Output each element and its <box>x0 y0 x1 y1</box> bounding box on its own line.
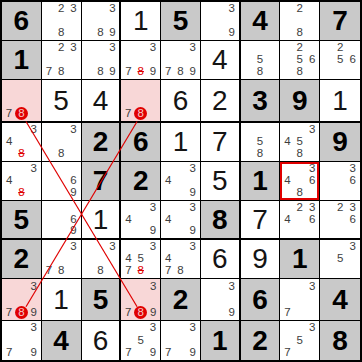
candidate-1 <box>3 124 15 136</box>
candidate-9: 9 <box>226 27 238 39</box>
candidate-4 <box>281 334 293 346</box>
candidate-6 <box>67 136 79 148</box>
candidate-8: 8 <box>134 306 147 319</box>
candidate-9 <box>306 66 318 78</box>
candidate-4 <box>43 136 55 148</box>
candidate-9: 9 <box>67 187 79 199</box>
candidate-1 <box>162 202 174 214</box>
candidate-8: 8 <box>55 148 67 160</box>
candidate-2: 2 <box>334 42 347 54</box>
candidate-6 <box>266 54 278 66</box>
candidate-4 <box>202 293 214 306</box>
candidate-3: 3 <box>187 202 199 214</box>
candidate-1 <box>3 81 15 94</box>
cell-r8c1[interactable]: 3789 <box>2 279 42 321</box>
candidate-5: 5 <box>294 54 306 66</box>
candidate-5 <box>55 136 67 148</box>
candidate-4 <box>321 253 334 265</box>
given-digit: 9 <box>292 87 308 115</box>
cell-r5c2[interactable]: 69 <box>42 162 82 201</box>
candidate-6 <box>67 15 79 27</box>
candidate-8: 8 <box>94 66 106 78</box>
candidate-7 <box>281 66 293 78</box>
solved-digit: 7 <box>212 128 228 156</box>
cell-r7c8[interactable]: 1 <box>280 240 320 279</box>
given-digit: 4 <box>53 327 69 355</box>
candidate-9: 9 <box>67 225 79 237</box>
cell-r4c5[interactable]: 1 <box>161 123 201 162</box>
candidate-4: 4 <box>162 253 174 265</box>
candidate-2 <box>294 280 306 293</box>
candidate-1 <box>281 163 293 175</box>
candidate-6 <box>226 15 238 27</box>
candidate-3: 3 <box>67 3 79 15</box>
candidate-7 <box>3 187 15 199</box>
given-digit: 2 <box>93 128 109 156</box>
cell-r6c9[interactable]: 236 <box>320 201 360 240</box>
candidate-7 <box>281 148 293 160</box>
cell-r5c3[interactable]: 7 <box>82 162 122 201</box>
solved-digit: 6 <box>173 87 189 115</box>
candidate-5: 5 <box>334 253 347 265</box>
candidate-9 <box>346 265 359 277</box>
candidate-4 <box>43 15 55 27</box>
candidate-2: 2 <box>294 42 306 54</box>
cell-r4c9[interactable]: 9 <box>320 123 360 162</box>
cell-r3c3[interactable]: 4 <box>82 80 122 123</box>
candidate-3 <box>346 42 359 54</box>
candidate-3: 3 <box>187 241 199 253</box>
candidate-1 <box>83 241 95 253</box>
cell-r3c8[interactable]: 9 <box>280 80 320 123</box>
candidate-2 <box>15 280 28 293</box>
candidate-8 <box>294 306 306 319</box>
cell-r5c1[interactable]: 348 <box>2 162 42 201</box>
candidate-6 <box>106 253 118 265</box>
candidate-4 <box>321 54 334 66</box>
candidate-5 <box>174 175 186 187</box>
candidate-5 <box>214 293 226 306</box>
candidate-3: 3 <box>147 42 159 54</box>
candidate-8 <box>334 265 347 277</box>
cell-r5c9[interactable]: 36 <box>320 162 360 201</box>
cell-r1c6[interactable]: 39 <box>201 2 241 41</box>
candidate-5 <box>174 334 186 346</box>
cell-r3c9[interactable]: 1 <box>320 80 360 123</box>
candidate-9 <box>28 148 40 160</box>
candidate-6 <box>28 293 40 306</box>
candidate-1 <box>122 241 134 253</box>
candidate-8: 8 <box>294 66 306 78</box>
candidate-7 <box>43 187 55 199</box>
cell-r9c5[interactable]: 379 <box>161 321 201 360</box>
candidate-8 <box>294 347 306 359</box>
cell-r9c8[interactable]: 357 <box>280 321 320 360</box>
candidate-3: 3 <box>28 124 40 136</box>
cell-r1c4[interactable]: 1 <box>121 2 161 41</box>
given-digit: 6 <box>133 128 149 156</box>
cell-r1c9[interactable]: 7 <box>320 2 360 41</box>
candidate-3: 3 <box>106 3 118 15</box>
candidate-8: 8 <box>15 107 28 120</box>
candidate-4: 4 <box>281 136 293 148</box>
candidate-1 <box>242 124 254 136</box>
cell-r9c7[interactable]: 2 <box>241 321 281 360</box>
cell-r1c5[interactable]: 5 <box>161 2 201 41</box>
candidate-1 <box>43 241 55 253</box>
candidate-1 <box>83 42 95 54</box>
cell-r8c3[interactable]: 5 <box>82 279 122 321</box>
cell-r8c9[interactable]: 4 <box>320 279 360 321</box>
candidate-5: 5 <box>254 136 266 148</box>
candidate-7: 7 <box>122 347 134 359</box>
cell-r5c4[interactable]: 2 <box>121 162 161 201</box>
cell-r5c7[interactable]: 1 <box>241 162 281 201</box>
candidate-8: 8 <box>174 66 186 78</box>
candidate-9: 9 <box>147 66 159 78</box>
given-digit: 5 <box>93 286 109 314</box>
cell-r5c6[interactable]: 5 <box>201 162 241 201</box>
given-digit: 1 <box>14 46 30 74</box>
cell-r7c4[interactable]: 34578 <box>121 240 161 279</box>
cell-r9c4[interactable]: 3579 <box>121 321 161 360</box>
cell-r4c7[interactable]: 58 <box>241 123 281 162</box>
candidate-3: 3 <box>67 42 79 54</box>
candidate-9 <box>346 66 359 78</box>
cell-r9c2[interactable]: 4 <box>42 321 82 360</box>
candidate-5 <box>55 253 67 265</box>
candidate-3: 3 <box>226 280 238 293</box>
candidate-5: 5 <box>135 334 147 346</box>
candidate-7 <box>321 187 334 199</box>
candidate-8: 8 <box>94 27 106 39</box>
cell-r5c8[interactable]: 3468 <box>280 162 320 201</box>
candidate-3: 3 <box>306 163 318 175</box>
candidate-9 <box>28 107 40 120</box>
candidate-2 <box>294 163 306 175</box>
given-digit: 5 <box>173 7 189 35</box>
cell-r5c5[interactable]: 349 <box>161 162 201 201</box>
cell-r6c4[interactable]: 349 <box>121 201 161 240</box>
cell-r8c6[interactable]: 39 <box>201 279 241 321</box>
candidate-8 <box>174 347 186 359</box>
solved-digit: 7 <box>252 206 268 234</box>
candidate-1 <box>3 163 15 175</box>
solved-digit: 6 <box>93 327 109 355</box>
candidate-8: 8 <box>294 187 306 199</box>
candidate-3: 3 <box>28 322 40 334</box>
cell-r9c1[interactable]: 379 <box>2 321 42 360</box>
candidate-6 <box>67 54 79 66</box>
cell-r2c2[interactable]: 2378 <box>42 41 82 80</box>
cell-r6c3[interactable]: 1 <box>82 201 122 240</box>
cell-r2c6[interactable]: 4 <box>201 41 241 80</box>
candidate-1 <box>281 202 293 214</box>
candidate-5 <box>15 136 27 148</box>
candidate-7: 7 <box>43 66 55 78</box>
cell-r2c5[interactable]: 3789 <box>161 41 201 80</box>
candidate-6 <box>266 136 278 148</box>
candidate-4 <box>242 54 254 66</box>
cell-r1c3[interactable]: 389 <box>82 2 122 41</box>
cell-r2c4[interactable]: 3789 <box>121 41 161 80</box>
candidate-8: 8 <box>254 148 266 160</box>
cell-r9c3[interactable]: 6 <box>82 321 122 360</box>
candidate-6 <box>28 136 40 148</box>
candidate-8: 8 <box>134 107 147 120</box>
candidate-8 <box>214 27 226 39</box>
candidate-1 <box>122 202 134 214</box>
given-digit: 1 <box>252 167 268 195</box>
candidate-4 <box>281 54 293 66</box>
cell-r7c7[interactable]: 9 <box>241 240 281 279</box>
candidate-8: 8 <box>15 306 28 319</box>
candidate-6: 6 <box>346 175 359 187</box>
candidate-3: 3 <box>346 163 359 175</box>
candidate-5: 5 <box>294 334 306 346</box>
given-digit: 1 <box>292 245 308 273</box>
candidate-9 <box>67 265 79 277</box>
cell-r1c7[interactable]: 4 <box>241 2 281 41</box>
candidate-3 <box>147 81 159 94</box>
given-digit: 6 <box>14 7 30 35</box>
solved-digit: 5 <box>212 167 228 195</box>
candidate-8 <box>214 306 226 319</box>
cell-r6c6[interactable]: 8 <box>201 201 241 240</box>
candidate-6 <box>147 334 159 346</box>
candidate-9 <box>346 225 359 237</box>
given-digit: 2 <box>133 167 149 195</box>
candidate-2 <box>174 202 186 214</box>
candidate-4: 4 <box>3 175 15 187</box>
cell-r6c5[interactable]: 349 <box>161 201 201 240</box>
candidate-4: 4 <box>3 136 15 148</box>
candidate-3: 3 <box>346 241 359 253</box>
cell-r4c1[interactable]: 348 <box>2 123 42 162</box>
candidate-4 <box>83 253 95 265</box>
candidate-1 <box>122 280 134 293</box>
solved-digit: 6 <box>212 245 228 273</box>
cell-r6c8[interactable]: 2346 <box>280 201 320 240</box>
candidate-1 <box>321 202 334 214</box>
given-digit: 2 <box>173 286 189 314</box>
cell-r1c8[interactable]: 28 <box>280 2 320 41</box>
candidate-1 <box>43 163 55 175</box>
candidate-9 <box>306 187 318 199</box>
candidate-9: 9 <box>28 347 40 359</box>
candidate-2 <box>214 3 226 15</box>
candidate-2 <box>134 280 147 293</box>
candidate-1 <box>321 42 334 54</box>
cell-r4c6[interactable]: 7 <box>201 123 241 162</box>
cell-r2c7[interactable]: 58 <box>241 41 281 80</box>
candidate-2 <box>134 81 147 94</box>
cell-r3c5[interactable]: 6 <box>161 80 201 123</box>
candidate-6 <box>67 253 79 265</box>
candidate-9 <box>106 265 118 277</box>
candidate-4 <box>281 15 293 27</box>
candidate-9 <box>306 27 318 39</box>
cell-r2c3[interactable]: 389 <box>82 41 122 80</box>
candidate-8: 8 <box>94 265 106 277</box>
candidate-7: 7 <box>3 107 15 120</box>
candidate-1 <box>162 42 174 54</box>
solved-digit: 4 <box>93 87 109 115</box>
candidate-4 <box>43 253 55 265</box>
cell-r3c2[interactable]: 5 <box>42 80 82 123</box>
candidate-9 <box>28 187 40 199</box>
candidate-5 <box>55 175 67 187</box>
candidate-9 <box>306 347 318 359</box>
cell-r2c1[interactable]: 1 <box>2 41 42 80</box>
candidate-7 <box>321 265 334 277</box>
candidate-8: 8 <box>15 148 27 160</box>
cell-r9c6[interactable]: 1 <box>201 321 241 360</box>
candidate-9: 9 <box>147 306 159 319</box>
cell-r4c2[interactable]: 38 <box>42 123 82 162</box>
cell-r1c1[interactable]: 6 <box>2 2 42 41</box>
candidate-5 <box>174 214 186 226</box>
candidate-5 <box>55 54 67 66</box>
candidate-6 <box>147 54 159 66</box>
candidate-4 <box>3 293 15 306</box>
candidate-6 <box>306 15 318 27</box>
candidate-7 <box>162 187 174 199</box>
candidate-9: 9 <box>106 66 118 78</box>
candidate-9 <box>67 66 79 78</box>
candidate-2 <box>294 124 306 136</box>
candidate-1 <box>281 322 293 334</box>
cell-r9c9[interactable]: 8 <box>320 321 360 360</box>
cell-r8c7[interactable]: 6 <box>241 279 281 321</box>
cell-r2c8[interactable]: 2568 <box>280 41 320 80</box>
candidate-7: 7 <box>162 347 174 359</box>
candidate-2 <box>135 202 147 214</box>
cell-r6c2[interactable]: 69 <box>42 201 82 240</box>
candidate-3 <box>306 3 318 15</box>
candidate-8 <box>334 225 347 237</box>
cell-r7c5[interactable]: 3478 <box>161 240 201 279</box>
candidate-2: 2 <box>55 42 67 54</box>
solved-digit: 1 <box>332 87 348 115</box>
candidate-7 <box>242 66 254 78</box>
candidate-4: 4 <box>281 175 293 187</box>
candidate-3: 3 <box>67 124 79 136</box>
candidate-6 <box>346 253 359 265</box>
candidate-3: 3 <box>147 322 159 334</box>
candidate-9: 9 <box>226 306 238 319</box>
cell-r3c1[interactable]: 78 <box>2 80 42 123</box>
cell-r7c3[interactable]: 38 <box>82 240 122 279</box>
candidate-3: 3 <box>67 241 79 253</box>
candidate-1 <box>83 3 95 15</box>
cell-r8c5[interactable]: 2 <box>161 279 201 321</box>
cell-r1c2[interactable]: 238 <box>42 2 82 41</box>
cell-r3c7[interactable]: 3 <box>241 80 281 123</box>
candidate-6 <box>147 293 159 306</box>
candidate-2 <box>254 42 266 54</box>
cell-r8c2[interactable]: 1 <box>42 279 82 321</box>
candidate-4 <box>43 54 55 66</box>
candidate-3: 3 <box>306 202 318 214</box>
cell-r7c1[interactable]: 2 <box>2 240 42 279</box>
candidate-2 <box>254 124 266 136</box>
candidate-5 <box>15 293 28 306</box>
candidate-2 <box>174 322 186 334</box>
candidate-9 <box>266 148 278 160</box>
candidate-6: 6 <box>67 175 79 187</box>
cell-r3c4[interactable]: 78 <box>121 80 161 123</box>
cell-r4c4[interactable]: 6 <box>121 123 161 162</box>
candidate-9 <box>147 107 159 120</box>
candidate-5 <box>55 15 67 27</box>
candidate-7 <box>83 265 95 277</box>
cell-r2c9[interactable]: 256 <box>320 41 360 80</box>
candidate-9: 9 <box>106 27 118 39</box>
given-digit: 7 <box>93 167 109 195</box>
candidate-9: 9 <box>28 306 40 319</box>
candidate-7: 7 <box>122 265 134 277</box>
candidate-2: 2 <box>294 202 306 214</box>
cell-r8c8[interactable]: 37 <box>280 279 320 321</box>
candidate-6: 6 <box>306 175 318 187</box>
candidate-7: 7 <box>162 265 174 277</box>
candidate-5 <box>15 94 28 107</box>
candidate-4: 4 <box>122 253 134 265</box>
cell-r3c6[interactable]: 2 <box>201 80 241 123</box>
cell-r6c1[interactable]: 5 <box>2 201 42 240</box>
candidate-7 <box>83 66 95 78</box>
solved-digit: 4 <box>212 46 228 74</box>
candidate-6 <box>187 54 199 66</box>
candidate-7 <box>242 148 254 160</box>
solved-digit: 1 <box>53 286 69 314</box>
cell-r4c8[interactable]: 3458 <box>280 123 320 162</box>
candidate-3: 3 <box>306 124 318 136</box>
candidate-6 <box>226 293 238 306</box>
given-digit: 8 <box>332 327 348 355</box>
candidate-5 <box>135 214 147 226</box>
candidate-1 <box>43 42 55 54</box>
cell-r6c7[interactable]: 7 <box>241 201 281 240</box>
candidate-1 <box>3 280 15 293</box>
solved-digit: 9 <box>252 245 268 273</box>
candidate-2 <box>55 124 67 136</box>
candidate-7 <box>321 66 334 78</box>
candidate-3: 3 <box>28 280 40 293</box>
candidate-5 <box>334 214 347 226</box>
candidate-8: 8 <box>15 187 27 199</box>
candidate-2 <box>135 42 147 54</box>
candidate-9 <box>306 306 318 319</box>
candidate-6: 6 <box>346 54 359 66</box>
cell-r7c2[interactable]: 378 <box>42 240 82 279</box>
cell-r7c6[interactable]: 6 <box>201 240 241 279</box>
candidate-2 <box>135 241 147 253</box>
candidate-5 <box>294 15 306 27</box>
candidate-7 <box>202 306 214 319</box>
cell-r7c9[interactable]: 35 <box>320 240 360 279</box>
candidate-5 <box>135 54 147 66</box>
candidate-7: 7 <box>3 347 15 359</box>
candidate-4 <box>83 15 95 27</box>
candidate-3 <box>266 124 278 136</box>
candidate-2: 2 <box>294 3 306 15</box>
cell-r8c4[interactable]: 3789 <box>121 279 161 321</box>
cell-r4c3[interactable]: 2 <box>82 123 122 162</box>
candidate-3: 3 <box>187 163 199 175</box>
candidate-8: 8 <box>174 265 186 277</box>
